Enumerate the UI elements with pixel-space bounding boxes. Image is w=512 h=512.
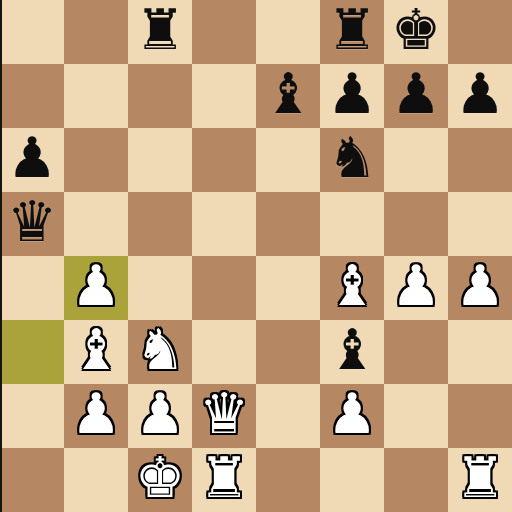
black-queen[interactable]: ♛ [7, 190, 57, 254]
square-h7[interactable]: ♟ [448, 64, 512, 128]
square-f1[interactable] [320, 448, 384, 512]
square-a6[interactable]: ♟ [0, 128, 64, 192]
black-pawn[interactable]: ♟ [7, 126, 57, 190]
white-rook[interactable]: ♜ [455, 446, 505, 510]
square-e4[interactable] [256, 256, 320, 320]
square-c3[interactable]: ♞ [128, 320, 192, 384]
black-pawn[interactable]: ♟ [391, 62, 441, 126]
square-e1[interactable] [256, 448, 320, 512]
square-h1[interactable]: ♜ [448, 448, 512, 512]
square-d7[interactable] [192, 64, 256, 128]
white-pawn[interactable]: ♟ [135, 382, 185, 446]
square-e8[interactable] [256, 0, 320, 64]
square-b1[interactable] [64, 448, 128, 512]
square-g2[interactable] [384, 384, 448, 448]
square-f6[interactable]: ♞ [320, 128, 384, 192]
square-f8[interactable]: ♜ [320, 0, 384, 64]
white-pawn[interactable]: ♟ [71, 382, 121, 446]
white-pawn[interactable]: ♟ [391, 254, 441, 318]
square-g7[interactable]: ♟ [384, 64, 448, 128]
square-a8[interactable] [0, 0, 64, 64]
square-d4[interactable] [192, 256, 256, 320]
square-d6[interactable] [192, 128, 256, 192]
square-a5[interactable]: ♛ [0, 192, 64, 256]
square-d1[interactable]: ♜ [192, 448, 256, 512]
square-c8[interactable]: ♜ [128, 0, 192, 64]
square-c1[interactable]: ♚ [128, 448, 192, 512]
square-b2[interactable]: ♟ [64, 384, 128, 448]
white-king[interactable]: ♚ [135, 446, 185, 510]
square-g3[interactable] [384, 320, 448, 384]
black-bishop[interactable]: ♝ [327, 318, 377, 382]
square-c4[interactable] [128, 256, 192, 320]
black-rook[interactable]: ♜ [327, 0, 377, 62]
black-pawn[interactable]: ♟ [327, 62, 377, 126]
black-rook[interactable]: ♜ [135, 0, 185, 62]
white-pawn[interactable]: ♟ [455, 254, 505, 318]
white-pawn[interactable]: ♟ [327, 382, 377, 446]
square-b6[interactable] [64, 128, 128, 192]
square-g1[interactable] [384, 448, 448, 512]
square-e3[interactable] [256, 320, 320, 384]
white-pawn[interactable]: ♟ [71, 254, 121, 318]
square-f7[interactable]: ♟ [320, 64, 384, 128]
square-g5[interactable] [384, 192, 448, 256]
white-knight[interactable]: ♞ [135, 318, 185, 382]
square-e5[interactable] [256, 192, 320, 256]
square-c5[interactable] [128, 192, 192, 256]
square-c6[interactable] [128, 128, 192, 192]
square-a2[interactable] [0, 384, 64, 448]
square-g4[interactable]: ♟ [384, 256, 448, 320]
square-e7[interactable]: ♝ [256, 64, 320, 128]
white-bishop[interactable]: ♝ [71, 318, 121, 382]
square-h4[interactable]: ♟ [448, 256, 512, 320]
square-a3[interactable] [0, 320, 64, 384]
square-c2[interactable]: ♟ [128, 384, 192, 448]
square-b7[interactable] [64, 64, 128, 128]
black-pawn[interactable]: ♟ [455, 62, 505, 126]
square-h6[interactable] [448, 128, 512, 192]
square-h5[interactable] [448, 192, 512, 256]
square-g8[interactable]: ♚ [384, 0, 448, 64]
white-queen[interactable]: ♛ [199, 382, 249, 446]
square-e6[interactable] [256, 128, 320, 192]
square-f2[interactable]: ♟ [320, 384, 384, 448]
black-king[interactable]: ♚ [391, 0, 441, 62]
square-h2[interactable] [448, 384, 512, 448]
black-knight[interactable]: ♞ [327, 126, 377, 190]
square-d8[interactable] [192, 0, 256, 64]
black-bishop[interactable]: ♝ [263, 62, 313, 126]
square-f3[interactable]: ♝ [320, 320, 384, 384]
square-b3[interactable]: ♝ [64, 320, 128, 384]
square-b8[interactable] [64, 0, 128, 64]
white-rook[interactable]: ♜ [199, 446, 249, 510]
square-g6[interactable] [384, 128, 448, 192]
square-c7[interactable] [128, 64, 192, 128]
square-f5[interactable] [320, 192, 384, 256]
square-b4[interactable]: ♟ [64, 256, 128, 320]
square-h8[interactable] [448, 0, 512, 64]
chess-board: ♜♜♚♝♟♟♟♟♞♛♟♝♟♟♝♞♝♟♟♛♟♚♜♜ [0, 0, 512, 512]
square-a1[interactable] [0, 448, 64, 512]
chess-board-wrap: ♜♜♚♝♟♟♟♟♞♛♟♝♟♟♝♞♝♟♟♛♟♚♜♜ [0, 0, 512, 512]
square-f4[interactable]: ♝ [320, 256, 384, 320]
square-h3[interactable] [448, 320, 512, 384]
square-e2[interactable] [256, 384, 320, 448]
square-d5[interactable] [192, 192, 256, 256]
square-a7[interactable] [0, 64, 64, 128]
square-b5[interactable] [64, 192, 128, 256]
square-d3[interactable] [192, 320, 256, 384]
white-bishop[interactable]: ♝ [327, 254, 377, 318]
square-a4[interactable] [0, 256, 64, 320]
square-d2[interactable]: ♛ [192, 384, 256, 448]
